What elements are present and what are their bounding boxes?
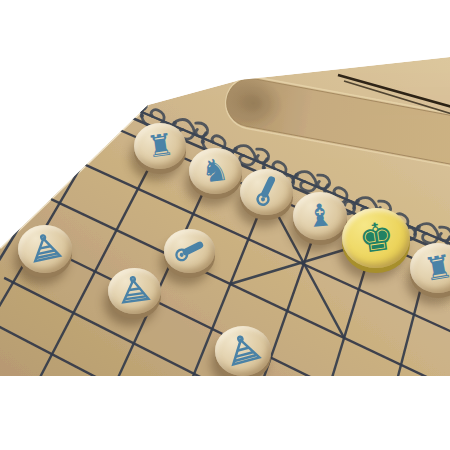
piece-cannon[interactable] bbox=[240, 169, 293, 222]
piece-face: ♞ bbox=[189, 148, 242, 195]
piece-chariot[interactable]: ♜ bbox=[134, 123, 186, 175]
piece-face bbox=[215, 326, 271, 375]
piece-horse[interactable]: ♞ bbox=[189, 148, 242, 201]
soldier-glyph bbox=[222, 330, 265, 373]
piece-face bbox=[18, 225, 72, 273]
piece-face: ♜ bbox=[134, 123, 186, 169]
piece-general[interactable]: ♚ bbox=[342, 208, 410, 274]
piece-elephant[interactable]: ♝ bbox=[293, 192, 347, 246]
piece-face: ♝ bbox=[293, 192, 347, 240]
piece-chariot[interactable]: ♜ bbox=[410, 243, 450, 298]
piece-soldier[interactable] bbox=[108, 268, 161, 321]
product-photo: ♜♞ ♝♚ ♜ bbox=[0, 0, 450, 450]
horse-glyph: ♞ bbox=[200, 154, 231, 188]
cannon-glyph bbox=[245, 171, 287, 213]
cannon-glyph bbox=[168, 230, 209, 271]
piece-face bbox=[108, 268, 161, 315]
photo-letterbox bbox=[0, 376, 450, 450]
piece-soldier[interactable] bbox=[18, 225, 72, 279]
soldier-glyph bbox=[25, 229, 64, 268]
general-glyph: ♚ bbox=[356, 216, 396, 259]
piece-cannon[interactable] bbox=[164, 229, 215, 280]
piece-soldier[interactable] bbox=[215, 326, 271, 381]
chariot-glyph: ♜ bbox=[145, 129, 176, 162]
piece-face: ♚ bbox=[342, 208, 410, 268]
chariot-glyph: ♜ bbox=[421, 250, 450, 286]
piece-face bbox=[164, 229, 215, 274]
elephant-glyph: ♝ bbox=[305, 199, 335, 232]
soldier-glyph bbox=[115, 272, 152, 309]
piece-face bbox=[240, 169, 293, 216]
